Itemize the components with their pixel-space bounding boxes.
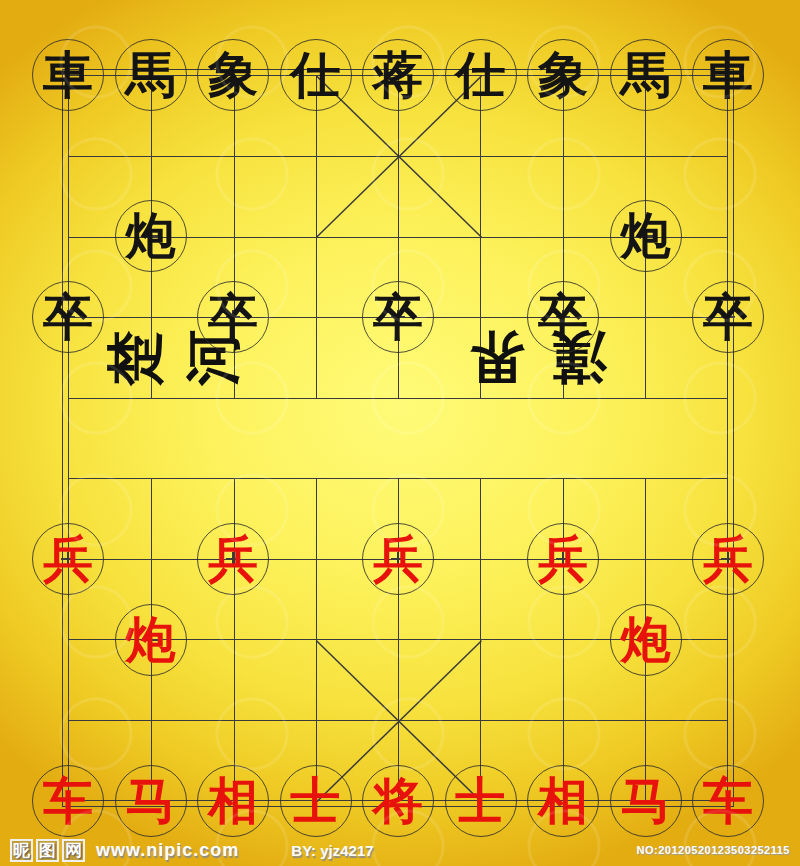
red-piece-兵[interactable]: 兵 xyxy=(527,523,599,595)
black-piece-卒[interactable]: 卒 xyxy=(527,281,599,353)
red-piece-兵[interactable]: 兵 xyxy=(32,523,104,595)
watermark-site-char: 图 xyxy=(36,839,59,862)
red-piece-车[interactable]: 车 xyxy=(692,765,764,837)
red-piece-马[interactable]: 马 xyxy=(115,765,187,837)
black-piece-仕[interactable]: 仕 xyxy=(445,39,517,111)
red-piece-炮[interactable]: 炮 xyxy=(610,604,682,676)
river-char: 楚 xyxy=(106,330,162,386)
red-piece-兵[interactable]: 兵 xyxy=(362,523,434,595)
black-piece-卒[interactable]: 卒 xyxy=(32,281,104,353)
black-piece-蒋[interactable]: 蒋 xyxy=(362,39,434,111)
black-piece-車[interactable]: 車 xyxy=(692,39,764,111)
xiangqi-grid xyxy=(68,75,728,801)
black-piece-車[interactable]: 車 xyxy=(32,39,104,111)
black-piece-卒[interactable]: 卒 xyxy=(197,281,269,353)
watermark-serial: NO:20120520123503252115 xyxy=(637,844,790,856)
watermark-site-char: 昵 xyxy=(10,839,33,862)
black-piece-象[interactable]: 象 xyxy=(197,39,269,111)
black-piece-馬[interactable]: 馬 xyxy=(610,39,682,111)
red-piece-士[interactable]: 士 xyxy=(445,765,517,837)
black-piece-仕[interactable]: 仕 xyxy=(280,39,352,111)
watermark-site-char: 网 xyxy=(62,839,85,862)
red-piece-兵[interactable]: 兵 xyxy=(197,523,269,595)
red-piece-相[interactable]: 相 xyxy=(527,765,599,837)
xiangqi-board-image: 楚河 漢界 昵 图 网 www.nipic.com BY: yjz4217 NO… xyxy=(0,0,800,866)
black-piece-馬[interactable]: 馬 xyxy=(115,39,187,111)
red-piece-将[interactable]: 将 xyxy=(362,765,434,837)
black-piece-炮[interactable]: 炮 xyxy=(610,200,682,272)
watermark-site-url: www.nipic.com xyxy=(96,840,239,861)
black-piece-卒[interactable]: 卒 xyxy=(362,281,434,353)
river-char: 界 xyxy=(469,330,525,386)
red-piece-车[interactable]: 车 xyxy=(32,765,104,837)
black-piece-象[interactable]: 象 xyxy=(527,39,599,111)
red-piece-兵[interactable]: 兵 xyxy=(692,523,764,595)
red-piece-士[interactable]: 士 xyxy=(280,765,352,837)
black-piece-炮[interactable]: 炮 xyxy=(115,200,187,272)
red-piece-炮[interactable]: 炮 xyxy=(115,604,187,676)
watermark-bar: 昵 图 网 www.nipic.com BY: yjz4217 NO:20120… xyxy=(0,834,800,866)
palace-diagonals xyxy=(69,76,729,802)
watermark-author: BY: yjz4217 xyxy=(291,842,373,859)
red-piece-相[interactable]: 相 xyxy=(197,765,269,837)
black-piece-卒[interactable]: 卒 xyxy=(692,281,764,353)
red-piece-马[interactable]: 马 xyxy=(610,765,682,837)
